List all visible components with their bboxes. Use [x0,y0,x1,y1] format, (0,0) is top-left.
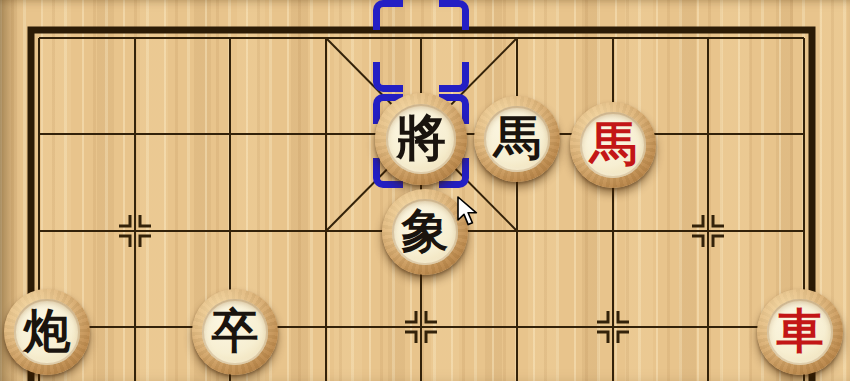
selection-corner [373,0,403,30]
piece-glyph: 車 [776,307,823,354]
piece-red-horse[interactable]: 馬 [570,102,656,188]
xiangqi-board: 將馬馬象炮卒車 [0,0,850,381]
piece-face: 象 [392,199,457,264]
piece-glyph: 象 [401,207,448,254]
pieces-layer: 將馬馬象炮卒車 [0,0,850,381]
piece-face: 馬 [580,112,645,177]
piece-black-pawn[interactable]: 卒 [192,289,278,375]
piece-black-horse[interactable]: 馬 [474,96,560,182]
selection-corner [439,62,469,92]
piece-black-general[interactable]: 將 [375,93,467,185]
piece-face: 馬 [484,106,549,171]
piece-face: 車 [767,299,832,364]
piece-glyph: 馬 [589,120,636,167]
selection-marker-from [373,0,469,92]
piece-black-cannon[interactable]: 炮 [4,289,90,375]
piece-red-chariot[interactable]: 車 [757,289,843,375]
piece-glyph: 卒 [211,307,258,354]
mouse-cursor [456,196,482,230]
selection-corner [439,0,469,30]
piece-glyph: 馬 [493,114,540,161]
piece-glyph: 將 [396,113,446,163]
piece-face: 將 [386,104,456,174]
piece-glyph: 炮 [23,307,70,354]
piece-face: 炮 [14,299,79,364]
selection-corner [373,62,403,92]
piece-face: 卒 [202,299,267,364]
